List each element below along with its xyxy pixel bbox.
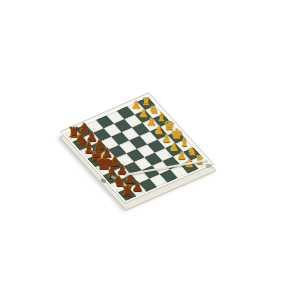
chess-set-photo: ♜♞♝♛♚♝♞♜♟♟♟♟♟♟♟♟♟♟♟♟♟♟♟♟♜♞♝♛♚♝♞♜: [0, 0, 300, 300]
board-frame: ♜♞♝♛♚♝♞♜♟♟♟♟♟♟♟♟♟♟♟♟♟♟♟♟♜♞♝♛♚♝♞♜: [60, 92, 215, 204]
black-rook: ♜: [118, 183, 136, 197]
board-squares: ♜♞♝♛♚♝♞♜♟♟♟♟♟♟♟♟♟♟♟♟♟♟♟♟♜♞♝♛♚♝♞♜: [65, 97, 209, 201]
chess-board: ♜♞♝♛♚♝♞♜♟♟♟♟♟♟♟♟♟♟♟♟♟♟♟♟♜♞♝♛♚♝♞♜: [60, 92, 215, 204]
square-h8: ♜: [118, 188, 136, 201]
